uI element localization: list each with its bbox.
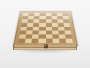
clasp-latch-icon <box>44 44 48 49</box>
chess-board <box>13 11 78 46</box>
board-frame <box>13 11 78 46</box>
square-d1 <box>39 38 46 42</box>
photo-background <box>0 0 90 68</box>
board-grid <box>18 13 73 43</box>
square-h1 <box>65 38 72 42</box>
